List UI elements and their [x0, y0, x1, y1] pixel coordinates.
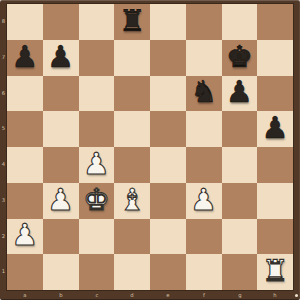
square-e6[interactable] — [150, 76, 186, 112]
white-king[interactable]: ♚ — [83, 185, 110, 215]
square-g4[interactable] — [222, 147, 258, 183]
square-f4[interactable] — [186, 147, 222, 183]
file-label-c: c — [83, 291, 110, 299]
square-e1[interactable] — [150, 254, 186, 290]
square-e5[interactable] — [150, 111, 186, 147]
square-b3[interactable]: ♟ — [43, 183, 79, 219]
square-b4[interactable] — [43, 147, 79, 183]
square-a2[interactable]: ♟ — [7, 219, 43, 255]
white-pawn[interactable]: ♟ — [11, 220, 38, 250]
square-h1[interactable]: ♜ — [257, 254, 293, 290]
square-h8[interactable] — [257, 4, 293, 40]
square-d1[interactable] — [114, 254, 150, 290]
square-e7[interactable] — [150, 40, 186, 76]
square-h6[interactable] — [257, 76, 293, 112]
square-e2[interactable] — [150, 219, 186, 255]
file-label-b: b — [47, 291, 74, 299]
square-h3[interactable] — [257, 183, 293, 219]
square-h2[interactable] — [257, 219, 293, 255]
square-d3[interactable]: ♝ — [114, 183, 150, 219]
square-d4[interactable] — [114, 147, 150, 183]
square-g1[interactable] — [222, 254, 258, 290]
square-b7[interactable]: ♟ — [43, 40, 79, 76]
square-a6[interactable] — [7, 76, 43, 112]
square-d8[interactable]: ♜ — [114, 4, 150, 40]
rank-label-5: 5 — [1, 116, 6, 143]
chess-board: ♜♟♟♚♞♟♟♟♟♚♝♟♟♜ — [7, 4, 293, 290]
square-a7[interactable]: ♟ — [7, 40, 43, 76]
square-c4[interactable]: ♟ — [79, 147, 115, 183]
square-b8[interactable] — [43, 4, 79, 40]
square-c7[interactable] — [79, 40, 115, 76]
square-a8[interactable] — [7, 4, 43, 40]
square-b2[interactable] — [43, 219, 79, 255]
black-pawn[interactable]: ♟ — [262, 113, 289, 143]
square-g2[interactable] — [222, 219, 258, 255]
square-g7[interactable]: ♚ — [222, 40, 258, 76]
square-f3[interactable]: ♟ — [186, 183, 222, 219]
file-label-d: d — [119, 291, 146, 299]
corner-marker-dot — [295, 294, 298, 297]
square-e8[interactable] — [150, 4, 186, 40]
file-labels: abcdefgh — [7, 290, 293, 300]
square-f8[interactable] — [186, 4, 222, 40]
square-g3[interactable] — [222, 183, 258, 219]
black-knight[interactable]: ♞ — [190, 77, 217, 107]
file-label-a: a — [11, 291, 38, 299]
square-g5[interactable] — [222, 111, 258, 147]
file-label-g: g — [226, 291, 253, 299]
rank-label-4: 4 — [1, 151, 6, 178]
square-a3[interactable] — [7, 183, 43, 219]
square-h4[interactable] — [257, 147, 293, 183]
square-h5[interactable]: ♟ — [257, 111, 293, 147]
black-king[interactable]: ♚ — [226, 42, 253, 72]
square-c8[interactable] — [79, 4, 115, 40]
rank-label-2: 2 — [1, 223, 6, 250]
square-f7[interactable] — [186, 40, 222, 76]
square-f1[interactable] — [186, 254, 222, 290]
square-d6[interactable] — [114, 76, 150, 112]
square-g8[interactable] — [222, 4, 258, 40]
rank-label-8: 8 — [1, 8, 6, 35]
rank-label-1: 1 — [1, 259, 6, 286]
square-h7[interactable] — [257, 40, 293, 76]
file-label-e: e — [154, 291, 181, 299]
square-a5[interactable] — [7, 111, 43, 147]
square-f6[interactable]: ♞ — [186, 76, 222, 112]
square-b6[interactable] — [43, 76, 79, 112]
rank-label-3: 3 — [1, 187, 6, 214]
black-pawn[interactable]: ♟ — [11, 42, 38, 72]
square-f5[interactable] — [186, 111, 222, 147]
square-f2[interactable] — [186, 219, 222, 255]
square-c3[interactable]: ♚ — [79, 183, 115, 219]
white-bishop[interactable]: ♝ — [119, 185, 146, 215]
white-pawn[interactable]: ♟ — [47, 185, 74, 215]
square-e4[interactable] — [150, 147, 186, 183]
rank-label-6: 6 — [1, 80, 6, 107]
white-rook[interactable]: ♜ — [262, 256, 289, 286]
black-rook[interactable]: ♜ — [119, 6, 146, 36]
square-d7[interactable] — [114, 40, 150, 76]
square-c5[interactable] — [79, 111, 115, 147]
file-label-f: f — [190, 291, 217, 299]
square-b1[interactable] — [43, 254, 79, 290]
square-c6[interactable] — [79, 76, 115, 112]
square-d5[interactable] — [114, 111, 150, 147]
square-a4[interactable] — [7, 147, 43, 183]
square-b5[interactable] — [43, 111, 79, 147]
square-a1[interactable] — [7, 254, 43, 290]
square-g6[interactable]: ♟ — [222, 76, 258, 112]
square-d2[interactable] — [114, 219, 150, 255]
chess-board-frame: ♜♟♟♚♞♟♟♟♟♚♝♟♟♜ 87654321 abcdefgh — [0, 0, 300, 300]
square-e3[interactable] — [150, 183, 186, 219]
square-c2[interactable] — [79, 219, 115, 255]
black-pawn[interactable]: ♟ — [47, 42, 74, 72]
rank-labels: 87654321 — [0, 4, 7, 290]
rank-label-7: 7 — [1, 44, 6, 71]
white-pawn[interactable]: ♟ — [83, 149, 110, 179]
square-c1[interactable] — [79, 254, 115, 290]
white-pawn[interactable]: ♟ — [190, 185, 217, 215]
black-pawn[interactable]: ♟ — [226, 77, 253, 107]
file-label-h: h — [262, 291, 289, 299]
